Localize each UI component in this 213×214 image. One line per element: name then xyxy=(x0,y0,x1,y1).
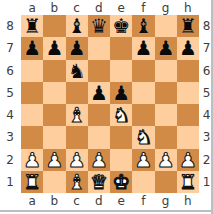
file-label-d: d xyxy=(88,193,110,209)
piece-black-bishop: ♝ xyxy=(68,16,86,36)
square-g4[interactable] xyxy=(155,104,177,126)
square-h1[interactable]: ♜ xyxy=(177,171,199,193)
frame-border-bottom xyxy=(0,210,213,212)
file-label-f: f xyxy=(132,193,154,209)
piece-white-pawn: ♟ xyxy=(45,150,63,170)
square-e5[interactable]: ♟ xyxy=(110,82,132,104)
square-c7[interactable]: ♟ xyxy=(66,37,88,59)
piece-black-pawn: ♟ xyxy=(68,38,86,58)
piece-black-pawn: ♟ xyxy=(23,38,41,58)
square-h2[interactable]: ♟ xyxy=(177,149,199,171)
square-b5[interactable] xyxy=(43,82,65,104)
piece-black-queen: ♛ xyxy=(90,16,108,36)
file-label-d: d xyxy=(88,0,110,15)
file-labels-top: abcdefgh xyxy=(21,0,199,15)
piece-white-knight: ♞ xyxy=(112,105,130,125)
square-b4[interactable] xyxy=(43,104,65,126)
piece-black-pawn: ♟ xyxy=(112,83,130,103)
piece-white-pawn: ♟ xyxy=(179,150,197,170)
square-d7[interactable] xyxy=(88,37,110,59)
piece-white-pawn: ♟ xyxy=(23,150,41,170)
square-d5[interactable]: ♟ xyxy=(88,82,110,104)
rank-label-5: 5 xyxy=(0,82,20,104)
square-c5[interactable] xyxy=(66,82,88,104)
piece-black-rook: ♜ xyxy=(179,16,197,36)
chessboard-widget: abcdefgh 87654321 ♜♝♛♚♝♜♟♟♟♟♟♟♞♟♟♝♞♞♟♟♟♟… xyxy=(0,0,213,214)
piece-white-king: ♚ xyxy=(112,172,130,192)
rank-labels-left: 87654321 xyxy=(0,15,20,193)
piece-black-pawn: ♟ xyxy=(45,38,63,58)
piece-black-pawn: ♟ xyxy=(157,38,175,58)
square-e2[interactable] xyxy=(110,149,132,171)
square-c6[interactable]: ♞ xyxy=(66,60,88,82)
square-h4[interactable] xyxy=(177,104,199,126)
rank-label-4: 4 xyxy=(0,104,20,126)
frame-border-right xyxy=(211,0,213,214)
file-label-h: h xyxy=(177,193,199,209)
chess-board[interactable]: ♜♝♛♚♝♜♟♟♟♟♟♟♞♟♟♝♞♞♟♟♟♟♟♟♟♜♝♛♚♜ xyxy=(21,15,199,193)
file-label-f: f xyxy=(132,0,154,15)
file-label-e: e xyxy=(110,193,132,209)
piece-white-bishop: ♝ xyxy=(68,105,86,125)
square-f2[interactable]: ♟ xyxy=(132,149,154,171)
piece-black-pawn: ♟ xyxy=(134,38,152,58)
square-e1[interactable]: ♚ xyxy=(110,171,132,193)
piece-black-pawn: ♟ xyxy=(90,83,108,103)
square-f7[interactable]: ♟ xyxy=(132,37,154,59)
square-e6[interactable] xyxy=(110,60,132,82)
square-f1[interactable] xyxy=(132,171,154,193)
square-f4[interactable] xyxy=(132,104,154,126)
piece-white-knight: ♞ xyxy=(134,127,152,147)
square-g5[interactable] xyxy=(155,82,177,104)
file-label-b: b xyxy=(43,193,65,209)
piece-black-rook: ♜ xyxy=(23,16,41,36)
piece-white-rook: ♜ xyxy=(179,172,197,192)
square-f8[interactable]: ♝ xyxy=(132,15,154,37)
square-d2[interactable]: ♟ xyxy=(88,149,110,171)
square-h7[interactable]: ♟ xyxy=(177,37,199,59)
square-a4[interactable] xyxy=(21,104,43,126)
piece-white-bishop: ♝ xyxy=(68,172,86,192)
square-c1[interactable]: ♝ xyxy=(66,171,88,193)
square-h3[interactable] xyxy=(177,126,199,148)
rank-label-2: 2 xyxy=(0,149,20,171)
piece-white-pawn: ♟ xyxy=(90,150,108,170)
piece-black-pawn: ♟ xyxy=(179,38,197,58)
square-b3[interactable] xyxy=(43,126,65,148)
file-label-c: c xyxy=(66,193,88,209)
rank-label-1: 1 xyxy=(0,171,20,193)
rank-label-8: 8 xyxy=(0,15,20,37)
square-g2[interactable]: ♟ xyxy=(155,149,177,171)
square-a7[interactable]: ♟ xyxy=(21,37,43,59)
square-e4[interactable]: ♞ xyxy=(110,104,132,126)
square-a6[interactable] xyxy=(21,60,43,82)
square-f3[interactable]: ♞ xyxy=(132,126,154,148)
square-b8[interactable] xyxy=(43,15,65,37)
square-a3[interactable] xyxy=(21,126,43,148)
square-a2[interactable]: ♟ xyxy=(21,149,43,171)
file-label-g: g xyxy=(155,0,177,15)
square-c2[interactable]: ♟ xyxy=(66,149,88,171)
square-h8[interactable]: ♜ xyxy=(177,15,199,37)
square-c4[interactable]: ♝ xyxy=(66,104,88,126)
square-c8[interactable]: ♝ xyxy=(66,15,88,37)
file-labels-bottom: abcdefgh xyxy=(21,193,199,209)
square-d6[interactable] xyxy=(88,60,110,82)
square-d3[interactable] xyxy=(88,126,110,148)
square-g8[interactable] xyxy=(155,15,177,37)
square-a8[interactable]: ♜ xyxy=(21,15,43,37)
square-h6[interactable] xyxy=(177,60,199,82)
square-a5[interactable] xyxy=(21,82,43,104)
square-a1[interactable]: ♜ xyxy=(21,171,43,193)
rank-label-3: 3 xyxy=(0,126,20,148)
piece-white-pawn: ♟ xyxy=(157,150,175,170)
square-g3[interactable] xyxy=(155,126,177,148)
square-f5[interactable] xyxy=(132,82,154,104)
file-label-a: a xyxy=(21,0,43,15)
piece-white-queen: ♛ xyxy=(90,172,108,192)
square-f6[interactable] xyxy=(132,60,154,82)
square-e7[interactable] xyxy=(110,37,132,59)
file-label-b: b xyxy=(43,0,65,15)
square-h5[interactable] xyxy=(177,82,199,104)
file-label-h: h xyxy=(177,0,199,15)
square-g1[interactable] xyxy=(155,171,177,193)
piece-black-king: ♚ xyxy=(112,16,130,36)
rank-label-7: 7 xyxy=(0,37,20,59)
square-g6[interactable] xyxy=(155,60,177,82)
file-label-e: e xyxy=(110,0,132,15)
square-b2[interactable]: ♟ xyxy=(43,149,65,171)
square-d4[interactable] xyxy=(88,104,110,126)
piece-black-knight: ♞ xyxy=(68,61,86,81)
square-b1[interactable] xyxy=(43,171,65,193)
square-b7[interactable]: ♟ xyxy=(43,37,65,59)
rank-label-6: 6 xyxy=(0,60,20,82)
square-e3[interactable] xyxy=(110,126,132,148)
piece-white-rook: ♜ xyxy=(23,172,41,192)
square-g7[interactable]: ♟ xyxy=(155,37,177,59)
file-label-g: g xyxy=(155,193,177,209)
piece-white-pawn: ♟ xyxy=(134,150,152,170)
piece-white-pawn: ♟ xyxy=(68,150,86,170)
square-d1[interactable]: ♛ xyxy=(88,171,110,193)
square-d8[interactable]: ♛ xyxy=(88,15,110,37)
piece-black-bishop: ♝ xyxy=(134,16,152,36)
file-label-c: c xyxy=(66,0,88,15)
square-c3[interactable] xyxy=(66,126,88,148)
file-label-a: a xyxy=(21,193,43,209)
square-e8[interactable]: ♚ xyxy=(110,15,132,37)
square-b6[interactable] xyxy=(43,60,65,82)
